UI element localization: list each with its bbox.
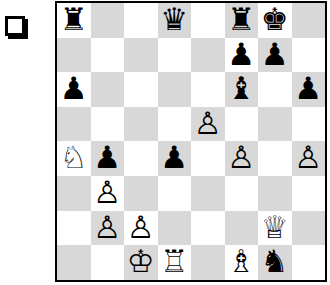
piece-white-pawn: ♙	[194, 107, 222, 141]
square-d7[interactable]	[158, 38, 192, 73]
square-g6[interactable]	[258, 72, 292, 107]
square-g4[interactable]	[258, 141, 292, 176]
square-f3[interactable]	[225, 176, 259, 211]
square-a7[interactable]	[57, 38, 91, 73]
square-d4[interactable]: ♟	[158, 141, 192, 176]
square-f2[interactable]	[225, 211, 259, 246]
piece-black-queen: ♛	[160, 3, 188, 37]
square-b2[interactable]: ♙	[91, 211, 125, 246]
piece-black-knight: ♞	[261, 245, 289, 279]
square-b6[interactable]	[91, 72, 125, 107]
square-c7[interactable]	[124, 38, 158, 73]
square-e5[interactable]: ♙	[191, 107, 225, 142]
square-c2[interactable]: ♙	[124, 211, 158, 246]
square-e3[interactable]	[191, 176, 225, 211]
piece-black-pawn: ♟	[93, 141, 121, 175]
square-a3[interactable]	[57, 176, 91, 211]
square-f5[interactable]	[225, 107, 259, 142]
piece-black-king: ♚	[261, 3, 289, 37]
square-e1[interactable]	[191, 245, 225, 280]
piece-black-pawn: ♟	[294, 72, 322, 106]
square-g1[interactable]: ♞	[258, 245, 292, 280]
square-g5[interactable]	[258, 107, 292, 142]
square-b3[interactable]: ♙	[91, 176, 125, 211]
square-b4[interactable]: ♟	[91, 141, 125, 176]
square-c6[interactable]	[124, 72, 158, 107]
square-h6[interactable]: ♟	[292, 72, 326, 107]
piece-white-bishop: ♗	[227, 245, 255, 279]
square-h3[interactable]	[292, 176, 326, 211]
piece-black-pawn: ♟	[227, 38, 255, 72]
piece-black-pawn: ♟	[160, 141, 188, 175]
square-a6[interactable]: ♟	[57, 72, 91, 107]
square-d2[interactable]	[158, 211, 192, 246]
square-c4[interactable]	[124, 141, 158, 176]
square-d5[interactable]	[158, 107, 192, 142]
square-c5[interactable]	[124, 107, 158, 142]
square-c3[interactable]	[124, 176, 158, 211]
square-d1[interactable]: ♖	[158, 245, 192, 280]
square-f6[interactable]: ♝	[225, 72, 259, 107]
square-a5[interactable]	[57, 107, 91, 142]
piece-black-bishop: ♝	[227, 72, 255, 106]
square-b7[interactable]	[91, 38, 125, 73]
piece-white-queen: ♕	[261, 211, 289, 245]
piece-white-pawn: ♙	[93, 211, 121, 245]
square-h7[interactable]	[292, 38, 326, 73]
piece-black-rook: ♜	[227, 3, 255, 37]
square-c1[interactable]: ♔	[124, 245, 158, 280]
square-e8[interactable]	[191, 3, 225, 38]
square-f1[interactable]: ♗	[225, 245, 259, 280]
square-b5[interactable]	[91, 107, 125, 142]
piece-black-pawn: ♟	[261, 38, 289, 72]
square-e4[interactable]	[191, 141, 225, 176]
square-a1[interactable]	[57, 245, 91, 280]
piece-white-pawn: ♙	[127, 211, 155, 245]
square-e6[interactable]	[191, 72, 225, 107]
square-h2[interactable]	[292, 211, 326, 246]
square-b8[interactable]	[91, 3, 125, 38]
piece-white-pawn: ♙	[93, 176, 121, 210]
piece-white-king: ♔	[127, 245, 155, 279]
diagram-canvas: ♜♛♜♚♟♟♟♝♟♙♘♟♟♙♙♙♙♙♕♔♖♗♞	[0, 0, 330, 285]
square-d6[interactable]	[158, 72, 192, 107]
square-g3[interactable]	[258, 176, 292, 211]
square-h5[interactable]	[292, 107, 326, 142]
square-f4[interactable]: ♙	[225, 141, 259, 176]
square-f8[interactable]: ♜	[225, 3, 259, 38]
square-h4[interactable]: ♙	[292, 141, 326, 176]
square-f7[interactable]: ♟	[225, 38, 259, 73]
piece-white-pawn: ♙	[227, 141, 255, 175]
piece-white-knight: ♘	[60, 141, 88, 175]
piece-white-pawn: ♙	[294, 141, 322, 175]
piece-white-rook: ♖	[160, 245, 188, 279]
piece-black-pawn: ♟	[60, 72, 88, 106]
square-h8[interactable]	[292, 3, 326, 38]
chessboard: ♜♛♜♚♟♟♟♝♟♙♘♟♟♙♙♙♙♙♕♔♖♗♞	[55, 1, 327, 282]
square-g2[interactable]: ♕	[258, 211, 292, 246]
square-d3[interactable]	[158, 176, 192, 211]
square-g7[interactable]: ♟	[258, 38, 292, 73]
square-a4[interactable]: ♘	[57, 141, 91, 176]
white-to-move-indicator	[5, 16, 25, 36]
square-e7[interactable]	[191, 38, 225, 73]
square-h1[interactable]	[292, 245, 326, 280]
square-e2[interactable]	[191, 211, 225, 246]
piece-black-rook: ♜	[60, 3, 88, 37]
square-b1[interactable]	[91, 245, 125, 280]
square-c8[interactable]	[124, 3, 158, 38]
square-d8[interactable]: ♛	[158, 3, 192, 38]
square-a2[interactable]	[57, 211, 91, 246]
square-a8[interactable]: ♜	[57, 3, 91, 38]
square-g8[interactable]: ♚	[258, 3, 292, 38]
